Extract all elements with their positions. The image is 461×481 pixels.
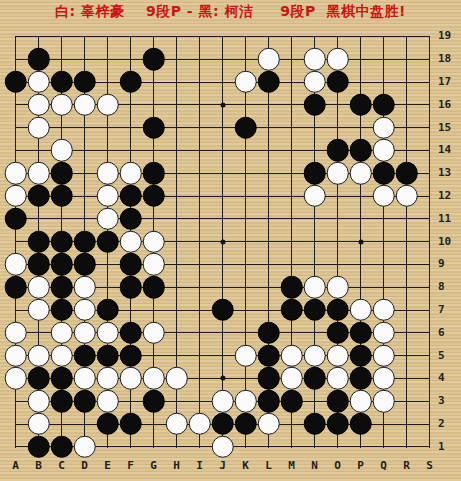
intersection-A5[interactable] [4, 344, 27, 367]
intersection-C5[interactable] [50, 344, 73, 367]
white-stone[interactable] [142, 230, 165, 253]
row-label-17: 17 [438, 75, 460, 88]
black-stone[interactable] [4, 208, 27, 231]
black-stone[interactable] [257, 322, 280, 345]
black-stone[interactable] [50, 276, 73, 299]
intersection-M5[interactable] [280, 344, 303, 367]
black-stone[interactable] [211, 299, 234, 322]
black-stone[interactable] [257, 344, 280, 367]
black-stone[interactable] [73, 344, 96, 367]
intersection-B3[interactable] [27, 390, 50, 413]
intersection-N17[interactable] [303, 71, 326, 94]
white-stone[interactable] [326, 162, 349, 185]
black-stone[interactable] [326, 71, 349, 94]
black-stone[interactable] [119, 344, 142, 367]
black-stone[interactable] [142, 162, 165, 185]
intersection-K15[interactable] [234, 116, 257, 139]
intersection-M7[interactable] [280, 299, 303, 322]
intersection-G13[interactable] [142, 162, 165, 185]
white-stone[interactable] [96, 94, 119, 117]
intersection-O6[interactable] [326, 321, 349, 344]
white-stone[interactable] [372, 139, 395, 162]
intersection-P16[interactable] [349, 93, 372, 116]
white-stone[interactable] [4, 162, 27, 185]
intersection-Q6[interactable] [372, 321, 395, 344]
intersection-F17[interactable] [119, 71, 142, 94]
row-label-7: 7 [438, 303, 460, 316]
white-stone[interactable] [73, 322, 96, 345]
intersection-L17[interactable] [257, 71, 280, 94]
intersection-L6[interactable] [257, 321, 280, 344]
intersection-M4[interactable] [280, 367, 303, 390]
intersection-D6[interactable] [73, 321, 96, 344]
white-stone[interactable] [303, 71, 326, 94]
white-stone[interactable] [50, 322, 73, 345]
black-stone[interactable] [27, 253, 50, 276]
white-stone[interactable] [211, 435, 234, 458]
white-stone[interactable] [96, 162, 119, 185]
intersection-F11[interactable] [119, 207, 142, 230]
white-stone[interactable] [73, 299, 96, 322]
black-stone[interactable] [73, 71, 96, 94]
intersection-F4[interactable] [119, 367, 142, 390]
white-stone[interactable] [234, 390, 257, 413]
intersection-B12[interactable] [27, 185, 50, 208]
intersection-P5[interactable] [349, 344, 372, 367]
intersection-C7[interactable] [50, 299, 73, 322]
white-stone[interactable] [96, 367, 119, 390]
white-stone[interactable] [234, 344, 257, 367]
black-stone[interactable] [119, 413, 142, 436]
intersection-R13[interactable] [395, 162, 418, 185]
intersection-A4[interactable] [4, 367, 27, 390]
black-stone[interactable] [326, 390, 349, 413]
intersection-C14[interactable] [50, 139, 73, 162]
intersection-E10[interactable] [96, 230, 119, 253]
intersection-Q4[interactable] [372, 367, 395, 390]
intersection-A11[interactable] [4, 207, 27, 230]
white-stone[interactable] [257, 48, 280, 71]
intersection-N12[interactable] [303, 185, 326, 208]
intersection-G8[interactable] [142, 276, 165, 299]
intersection-B4[interactable] [27, 367, 50, 390]
intersection-B17[interactable] [27, 71, 50, 94]
intersection-N4[interactable] [303, 367, 326, 390]
white-stone[interactable] [142, 322, 165, 345]
intersection-D8[interactable] [73, 276, 96, 299]
black-stone[interactable] [50, 230, 73, 253]
black-stone[interactable] [280, 276, 303, 299]
intersection-C3[interactable] [50, 390, 73, 413]
intersection-E7[interactable] [96, 299, 119, 322]
black-stone[interactable] [303, 367, 326, 390]
intersection-G10[interactable] [142, 230, 165, 253]
white-stone[interactable] [27, 390, 50, 413]
white-stone[interactable] [326, 344, 349, 367]
intersection-N8[interactable] [303, 276, 326, 299]
intersection-B18[interactable] [27, 48, 50, 71]
intersection-B16[interactable] [27, 93, 50, 116]
white-stone[interactable] [372, 116, 395, 139]
star-point [220, 376, 225, 381]
white-stone[interactable] [73, 435, 96, 458]
white-stone[interactable] [27, 344, 50, 367]
intersection-E4[interactable] [96, 367, 119, 390]
intersection-C1[interactable] [50, 435, 73, 458]
intersection-G15[interactable] [142, 116, 165, 139]
intersection-K3[interactable] [234, 390, 257, 413]
black-stone[interactable] [257, 71, 280, 94]
intersection-O7[interactable] [326, 299, 349, 322]
black-stone[interactable] [257, 390, 280, 413]
intersection-F13[interactable] [119, 162, 142, 185]
black-stone[interactable] [326, 322, 349, 345]
intersection-C4[interactable] [50, 367, 73, 390]
black-stone[interactable] [50, 299, 73, 322]
intersection-B15[interactable] [27, 116, 50, 139]
intersection-J2[interactable] [211, 413, 234, 436]
white-stone[interactable] [303, 344, 326, 367]
intersection-Q14[interactable] [372, 139, 395, 162]
black-stone[interactable] [50, 390, 73, 413]
intersection-N13[interactable] [303, 162, 326, 185]
intersection-E11[interactable] [96, 207, 119, 230]
black-stone[interactable] [119, 253, 142, 276]
intersection-H4[interactable] [165, 367, 188, 390]
white-stone[interactable] [211, 390, 234, 413]
white-stone[interactable] [50, 344, 73, 367]
white-stone[interactable] [27, 71, 50, 94]
intersection-B2[interactable] [27, 413, 50, 436]
intersection-L18[interactable] [257, 48, 280, 71]
white-stone[interactable] [326, 367, 349, 390]
white-stone[interactable] [119, 230, 142, 253]
intersection-O4[interactable] [326, 367, 349, 390]
white-stone[interactable] [142, 367, 165, 390]
white-stone[interactable] [303, 185, 326, 208]
intersection-J7[interactable] [211, 299, 234, 322]
intersection-F6[interactable] [119, 321, 142, 344]
intersection-L3[interactable] [257, 390, 280, 413]
white-stone[interactable] [188, 413, 211, 436]
black-stone[interactable] [303, 413, 326, 436]
intersection-Q7[interactable] [372, 299, 395, 322]
black-stone[interactable] [73, 390, 96, 413]
intersection-L2[interactable] [257, 413, 280, 436]
white-stone[interactable] [119, 367, 142, 390]
black-stone[interactable] [326, 299, 349, 322]
intersection-I2[interactable] [188, 413, 211, 436]
intersection-C17[interactable] [50, 71, 73, 94]
black-stone[interactable] [4, 276, 27, 299]
white-stone[interactable] [349, 162, 372, 185]
black-stone[interactable] [73, 230, 96, 253]
intersection-P4[interactable] [349, 367, 372, 390]
black-stone[interactable] [96, 344, 119, 367]
white-stone[interactable] [372, 344, 395, 367]
black-stone[interactable] [142, 390, 165, 413]
intersection-B1[interactable] [27, 435, 50, 458]
black-stone[interactable] [119, 276, 142, 299]
intersection-F10[interactable] [119, 230, 142, 253]
intersection-A8[interactable] [4, 276, 27, 299]
intersection-P14[interactable] [349, 139, 372, 162]
black-stone[interactable] [349, 413, 372, 436]
intersection-C13[interactable] [50, 162, 73, 185]
intersection-M3[interactable] [280, 390, 303, 413]
intersection-G6[interactable] [142, 321, 165, 344]
intersection-K5[interactable] [234, 344, 257, 367]
white-stone[interactable] [326, 48, 349, 71]
intersection-R12[interactable] [395, 185, 418, 208]
intersection-K2[interactable] [234, 413, 257, 436]
black-stone[interactable] [280, 390, 303, 413]
black-stone[interactable] [303, 94, 326, 117]
intersection-B5[interactable] [27, 344, 50, 367]
intersection-D16[interactable] [73, 93, 96, 116]
intersection-D4[interactable] [73, 367, 96, 390]
white-stone[interactable] [372, 390, 395, 413]
black-stone[interactable] [119, 208, 142, 231]
white-stone[interactable] [372, 322, 395, 345]
black-stone[interactable] [395, 162, 418, 185]
intersection-B10[interactable] [27, 230, 50, 253]
intersection-Q16[interactable] [372, 93, 395, 116]
white-stone[interactable] [372, 367, 395, 390]
intersection-N5[interactable] [303, 344, 326, 367]
white-stone[interactable] [165, 367, 188, 390]
white-stone[interactable] [372, 185, 395, 208]
intersection-N18[interactable] [303, 48, 326, 71]
black-stone[interactable] [119, 322, 142, 345]
black-stone[interactable] [96, 413, 119, 436]
white-stone[interactable] [27, 299, 50, 322]
intersection-N16[interactable] [303, 93, 326, 116]
intersection-C8[interactable] [50, 276, 73, 299]
black-stone[interactable] [50, 71, 73, 94]
intersection-F5[interactable] [119, 344, 142, 367]
black-stone[interactable] [349, 344, 372, 367]
intersection-E2[interactable] [96, 413, 119, 436]
intersection-N2[interactable] [303, 413, 326, 436]
white-stone[interactable] [96, 322, 119, 345]
white-stone[interactable] [27, 162, 50, 185]
white-stone[interactable] [27, 116, 50, 139]
white-stone[interactable] [50, 139, 73, 162]
go-board[interactable] [4, 25, 441, 458]
intersection-C10[interactable] [50, 230, 73, 253]
black-stone[interactable] [372, 94, 395, 117]
white-stone[interactable] [73, 94, 96, 117]
intersection-A9[interactable] [4, 253, 27, 276]
intersection-F12[interactable] [119, 185, 142, 208]
white-stone[interactable] [349, 299, 372, 322]
white-stone[interactable] [96, 390, 119, 413]
intersection-D7[interactable] [73, 299, 96, 322]
white-stone[interactable] [119, 162, 142, 185]
white-stone[interactable] [372, 299, 395, 322]
black-stone[interactable] [27, 48, 50, 71]
star-point [220, 102, 225, 107]
intersection-L4[interactable] [257, 367, 280, 390]
intersection-E12[interactable] [96, 185, 119, 208]
black-stone[interactable] [349, 322, 372, 345]
intersection-H2[interactable] [165, 413, 188, 436]
black-stone[interactable] [4, 71, 27, 94]
black-stone[interactable] [349, 94, 372, 117]
white-stone[interactable] [4, 185, 27, 208]
intersection-K17[interactable] [234, 71, 257, 94]
intersection-G4[interactable] [142, 367, 165, 390]
white-stone[interactable] [73, 367, 96, 390]
white-stone[interactable] [303, 48, 326, 71]
white-stone[interactable] [326, 276, 349, 299]
intersection-E16[interactable] [96, 93, 119, 116]
black-stone[interactable] [234, 116, 257, 139]
intersection-G3[interactable] [142, 390, 165, 413]
white-stone[interactable] [96, 208, 119, 231]
black-stone[interactable] [96, 230, 119, 253]
intersection-J3[interactable] [211, 390, 234, 413]
intersection-P13[interactable] [349, 162, 372, 185]
intersection-L5[interactable] [257, 344, 280, 367]
intersection-C12[interactable] [50, 185, 73, 208]
white-stone[interactable] [142, 253, 165, 276]
intersection-Q5[interactable] [372, 344, 395, 367]
black-stone[interactable] [142, 276, 165, 299]
white-stone[interactable] [27, 413, 50, 436]
white-stone[interactable] [4, 253, 27, 276]
intersection-C6[interactable] [50, 321, 73, 344]
intersection-Q13[interactable] [372, 162, 395, 185]
intersection-O5[interactable] [326, 344, 349, 367]
white-stone[interactable] [303, 276, 326, 299]
white-stone[interactable] [4, 322, 27, 345]
white-stone[interactable] [4, 344, 27, 367]
white-stone[interactable] [73, 276, 96, 299]
white-stone[interactable] [27, 94, 50, 117]
intersection-Q3[interactable] [372, 390, 395, 413]
white-stone[interactable] [27, 276, 50, 299]
black-stone[interactable] [303, 162, 326, 185]
intersection-A17[interactable] [4, 71, 27, 94]
intersection-O13[interactable] [326, 162, 349, 185]
black-stone[interactable] [142, 116, 165, 139]
black-stone[interactable] [27, 367, 50, 390]
black-stone[interactable] [73, 253, 96, 276]
intersection-F2[interactable] [119, 413, 142, 436]
intersection-A13[interactable] [4, 162, 27, 185]
white-stone[interactable] [395, 185, 418, 208]
black-stone[interactable] [349, 139, 372, 162]
intersection-G9[interactable] [142, 253, 165, 276]
intersection-J1[interactable] [211, 435, 234, 458]
intersection-B8[interactable] [27, 276, 50, 299]
intersection-N7[interactable] [303, 299, 326, 322]
intersection-O14[interactable] [326, 139, 349, 162]
black-stone[interactable] [27, 185, 50, 208]
intersection-B13[interactable] [27, 162, 50, 185]
intersection-P6[interactable] [349, 321, 372, 344]
black-stone[interactable] [119, 71, 142, 94]
black-stone[interactable] [280, 299, 303, 322]
black-stone[interactable] [119, 185, 142, 208]
white-stone[interactable] [165, 413, 188, 436]
intersection-E13[interactable] [96, 162, 119, 185]
intersection-A6[interactable] [4, 321, 27, 344]
intersection-Q15[interactable] [372, 116, 395, 139]
intersection-D10[interactable] [73, 230, 96, 253]
black-stone[interactable] [27, 435, 50, 458]
black-stone[interactable] [96, 299, 119, 322]
black-stone[interactable] [50, 367, 73, 390]
intersection-P2[interactable] [349, 413, 372, 436]
intersection-P7[interactable] [349, 299, 372, 322]
black-stone[interactable] [27, 230, 50, 253]
white-stone[interactable] [280, 344, 303, 367]
intersection-O2[interactable] [326, 413, 349, 436]
white-stone[interactable] [234, 71, 257, 94]
black-stone[interactable] [326, 413, 349, 436]
intersection-O17[interactable] [326, 71, 349, 94]
intersection-E3[interactable] [96, 390, 119, 413]
black-stone[interactable] [50, 185, 73, 208]
intersection-D17[interactable] [73, 71, 96, 94]
black-stone[interactable] [142, 48, 165, 71]
black-stone[interactable] [326, 139, 349, 162]
white-stone[interactable] [50, 94, 73, 117]
intersection-Q12[interactable] [372, 185, 395, 208]
white-stone[interactable] [96, 185, 119, 208]
intersection-E6[interactable] [96, 321, 119, 344]
white-stone[interactable] [257, 413, 280, 436]
intersection-C9[interactable] [50, 253, 73, 276]
black-stone[interactable] [349, 367, 372, 390]
white-stone[interactable] [4, 367, 27, 390]
intersection-B7[interactable] [27, 299, 50, 322]
black-stone[interactable] [372, 162, 395, 185]
intersection-G12[interactable] [142, 185, 165, 208]
intersection-F8[interactable] [119, 276, 142, 299]
intersection-D5[interactable] [73, 344, 96, 367]
intersection-C16[interactable] [50, 93, 73, 116]
intersection-O3[interactable] [326, 390, 349, 413]
intersection-G18[interactable] [142, 48, 165, 71]
intersection-A12[interactable] [4, 185, 27, 208]
black-stone[interactable] [50, 162, 73, 185]
row-label-3: 3 [438, 394, 460, 407]
intersection-O18[interactable] [326, 48, 349, 71]
intersection-M8[interactable] [280, 276, 303, 299]
black-stone[interactable] [142, 185, 165, 208]
intersection-D3[interactable] [73, 390, 96, 413]
black-stone[interactable] [234, 413, 257, 436]
white-stone[interactable] [349, 390, 372, 413]
intersection-P3[interactable] [349, 390, 372, 413]
black-stone[interactable] [50, 435, 73, 458]
intersection-D1[interactable] [73, 435, 96, 458]
intersection-B9[interactable] [27, 253, 50, 276]
intersection-O8[interactable] [326, 276, 349, 299]
white-stone[interactable] [280, 367, 303, 390]
black-stone[interactable] [50, 253, 73, 276]
black-stone[interactable] [303, 299, 326, 322]
intersection-F9[interactable] [119, 253, 142, 276]
intersection-E5[interactable] [96, 344, 119, 367]
black-stone[interactable] [211, 413, 234, 436]
black-stone[interactable] [257, 367, 280, 390]
intersection-D9[interactable] [73, 253, 96, 276]
